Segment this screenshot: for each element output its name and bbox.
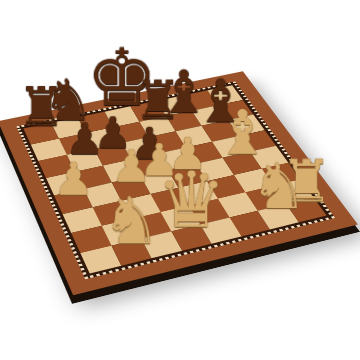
chess-board: ♜♞♚♜♝♟♟♝♟♟♟♟♟♝♞♛♞♜: [0, 71, 358, 295]
product-photo-stage: ♜♞♚♜♝♟♟♝♟♟♟♟♟♝♞♛♞♜: [0, 0, 360, 360]
